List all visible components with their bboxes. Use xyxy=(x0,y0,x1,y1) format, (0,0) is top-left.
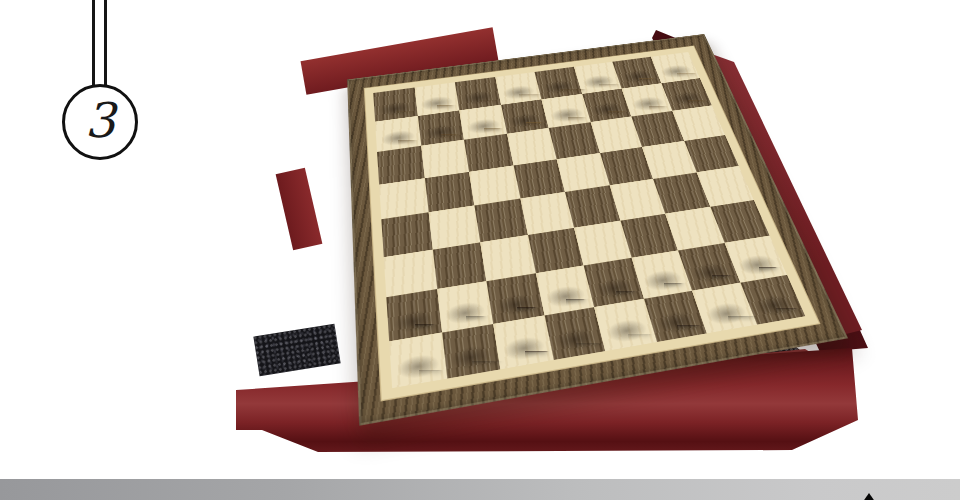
marker-stem-line xyxy=(92,0,107,88)
bottom-bar xyxy=(0,479,960,500)
light-pawn-glyph: ♟ xyxy=(584,66,632,119)
marker-number: 3 xyxy=(85,96,116,144)
dark-rook-glyph: ♜ xyxy=(384,305,452,381)
box-left-rim xyxy=(276,168,323,251)
product-screenshot: 3 ♜♞♝♛♚♝♞♜♟♟♟♟♟♟♟♟♟♟♟♟♟♟♟♟♜♞♝♚♛♝♞♜ xyxy=(0,0,960,500)
light-pawn-glyph: ♟ xyxy=(502,76,550,130)
light-pawn-glyph: ♟ xyxy=(543,71,591,125)
foam-lining-left xyxy=(253,324,340,376)
light-pawn-glyph: ♟ xyxy=(417,87,466,142)
light-pawn-glyph: ♟ xyxy=(374,93,423,148)
marker-circle: 3 xyxy=(62,84,138,160)
light-pawn-glyph: ♟ xyxy=(625,60,672,113)
light-pawn-glyph: ♟ xyxy=(460,82,509,136)
